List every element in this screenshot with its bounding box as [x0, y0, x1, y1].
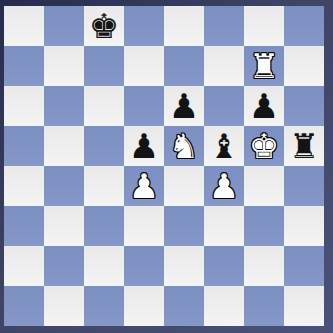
square-g2[interactable]	[244, 246, 284, 286]
square-h5[interactable]: ♜	[284, 126, 324, 166]
square-d5[interactable]: ♟	[124, 126, 164, 166]
square-f1[interactable]	[204, 286, 244, 326]
square-e4[interactable]	[164, 166, 204, 206]
square-c8[interactable]: ♚	[84, 6, 124, 46]
square-c4[interactable]	[84, 166, 124, 206]
square-b3[interactable]	[44, 206, 84, 246]
square-a7[interactable]	[4, 46, 44, 86]
square-b5[interactable]	[44, 126, 84, 166]
square-g5[interactable]: ♚	[244, 126, 284, 166]
square-a4[interactable]	[4, 166, 44, 206]
square-a1[interactable]	[4, 286, 44, 326]
square-b6[interactable]	[44, 86, 84, 126]
square-e6[interactable]: ♟	[164, 86, 204, 126]
piece-white-knight[interactable]: ♞	[169, 126, 199, 166]
chess-board: ♚♜♟♟♟♞♝♚♜♟♟	[4, 6, 324, 326]
square-b2[interactable]	[44, 246, 84, 286]
square-h8[interactable]	[284, 6, 324, 46]
square-g3[interactable]	[244, 206, 284, 246]
square-e8[interactable]	[164, 6, 204, 46]
board-frame: ♚♜♟♟♟♞♝♚♜♟♟	[0, 0, 333, 333]
square-f5[interactable]: ♝	[204, 126, 244, 166]
square-e7[interactable]	[164, 46, 204, 86]
square-f4[interactable]: ♟	[204, 166, 244, 206]
piece-white-pawn[interactable]: ♟	[209, 166, 239, 206]
piece-black-pawn[interactable]: ♟	[129, 126, 159, 166]
square-a5[interactable]	[4, 126, 44, 166]
square-d7[interactable]	[124, 46, 164, 86]
square-c6[interactable]	[84, 86, 124, 126]
square-h2[interactable]	[284, 246, 324, 286]
piece-black-pawn[interactable]: ♟	[249, 86, 279, 126]
square-f6[interactable]	[204, 86, 244, 126]
square-b1[interactable]	[44, 286, 84, 326]
square-c7[interactable]	[84, 46, 124, 86]
square-a2[interactable]	[4, 246, 44, 286]
square-c2[interactable]	[84, 246, 124, 286]
piece-white-pawn[interactable]: ♟	[129, 166, 159, 206]
square-g6[interactable]: ♟	[244, 86, 284, 126]
square-h1[interactable]	[284, 286, 324, 326]
square-e1[interactable]	[164, 286, 204, 326]
square-a6[interactable]	[4, 86, 44, 126]
square-d1[interactable]	[124, 286, 164, 326]
piece-white-rook[interactable]: ♜	[249, 46, 279, 86]
square-d2[interactable]	[124, 246, 164, 286]
square-c1[interactable]	[84, 286, 124, 326]
square-h3[interactable]	[284, 206, 324, 246]
square-a3[interactable]	[4, 206, 44, 246]
square-h4[interactable]	[284, 166, 324, 206]
square-g1[interactable]	[244, 286, 284, 326]
square-e5[interactable]: ♞	[164, 126, 204, 166]
square-c3[interactable]	[84, 206, 124, 246]
square-b7[interactable]	[44, 46, 84, 86]
square-d4[interactable]: ♟	[124, 166, 164, 206]
square-d8[interactable]	[124, 6, 164, 46]
square-d3[interactable]	[124, 206, 164, 246]
square-f3[interactable]	[204, 206, 244, 246]
square-c5[interactable]	[84, 126, 124, 166]
piece-black-bishop[interactable]: ♝	[209, 126, 239, 166]
square-f8[interactable]	[204, 6, 244, 46]
square-e2[interactable]	[164, 246, 204, 286]
piece-black-king[interactable]: ♚	[89, 6, 119, 46]
square-f7[interactable]	[204, 46, 244, 86]
square-b8[interactable]	[44, 6, 84, 46]
square-h6[interactable]	[284, 86, 324, 126]
square-g4[interactable]	[244, 166, 284, 206]
piece-white-king[interactable]: ♚	[249, 126, 279, 166]
square-h7[interactable]	[284, 46, 324, 86]
square-d6[interactable]	[124, 86, 164, 126]
piece-black-pawn[interactable]: ♟	[169, 86, 199, 126]
piece-black-rook[interactable]: ♜	[289, 126, 319, 166]
square-g8[interactable]	[244, 6, 284, 46]
square-g7[interactable]: ♜	[244, 46, 284, 86]
square-f2[interactable]	[204, 246, 244, 286]
square-e3[interactable]	[164, 206, 204, 246]
square-a8[interactable]	[4, 6, 44, 46]
square-b4[interactable]	[44, 166, 84, 206]
